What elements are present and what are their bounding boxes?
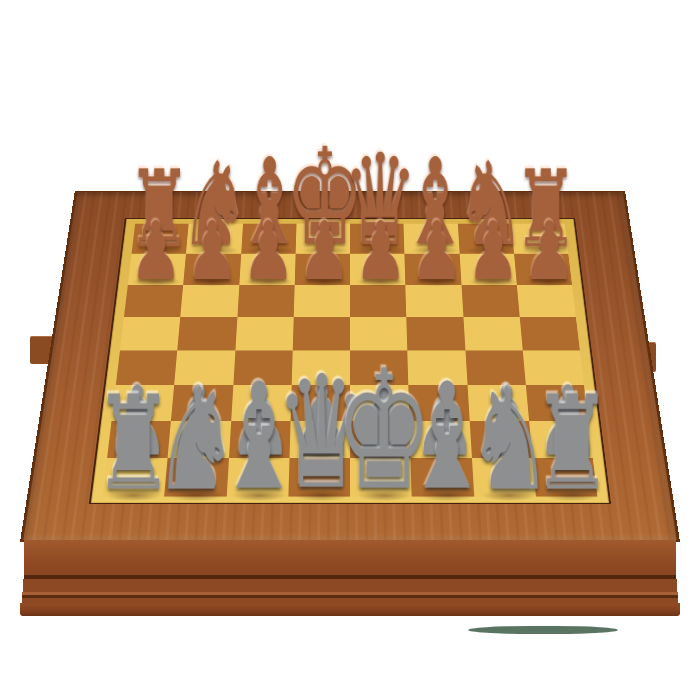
piece-shadow (357, 451, 411, 462)
piece-shadow (244, 277, 293, 286)
piece-shadow (301, 246, 349, 255)
piece-shadow (418, 451, 472, 462)
piece-shadow (524, 277, 574, 286)
piece-layer: ♜♞♝♚♛♝♞♜♟♟♟♟♟♟♟♟♟♟♟♟♟♟♟♟♜♞♝♛♚♝♞♜ (23, 192, 676, 540)
piece-shadow (540, 451, 595, 462)
piece-silver-rook-h1[interactable]: ♜ (518, 302, 626, 498)
board-perspective-wrap: ♜♞♝♚♛♝♞♜♟♟♟♟♟♟♟♟♟♟♟♟♟♟♟♟♜♞♝♛♚♝♞♜ (20, 0, 680, 542)
piece-shadow (356, 246, 404, 255)
front-panel (23, 579, 677, 592)
piece-shadow (187, 277, 237, 286)
piece-shadow (295, 451, 349, 462)
piece-shadow (482, 490, 538, 502)
piece-shadow (294, 490, 349, 502)
felt-base (468, 626, 618, 634)
piece-shadow (106, 490, 162, 502)
piece-shadow (135, 246, 184, 255)
piece-shadow (231, 490, 286, 502)
front-panel (24, 540, 676, 575)
box-top-surface: ♜♞♝♚♛♝♞♜♟♟♟♟♟♟♟♟♟♟♟♟♟♟♟♟♜♞♝♛♚♝♞♜ (20, 191, 680, 542)
piece-shadow (356, 277, 405, 286)
piece-shadow (544, 490, 600, 502)
piece-shadow (172, 451, 227, 462)
chess-set-photo: ♜♞♝♚♛♝♞♜♟♟♟♟♟♟♟♟♟♟♟♟♟♟♟♟♜♞♝♛♚♝♞♜ (0, 0, 700, 700)
piece-shadow (412, 277, 462, 286)
base-molding (20, 603, 680, 616)
piece-shadow (468, 277, 518, 286)
piece-shadow (234, 451, 288, 462)
piece-shadow (357, 490, 412, 502)
piece-shadow (110, 451, 165, 462)
piece-shadow (479, 451, 534, 462)
piece-shadow (466, 246, 515, 255)
piece-shadow (419, 490, 474, 502)
piece-copper-pawn-h7[interactable]: ♟ (501, 108, 598, 284)
piece-shadow (190, 246, 239, 255)
piece-shadow (411, 246, 460, 255)
piece-shadow (131, 277, 181, 286)
piece-shadow (300, 277, 349, 286)
piece-shadow (169, 490, 225, 502)
box-front-face (24, 540, 676, 616)
piece-shadow (245, 246, 294, 255)
piece-shadow (521, 246, 570, 255)
